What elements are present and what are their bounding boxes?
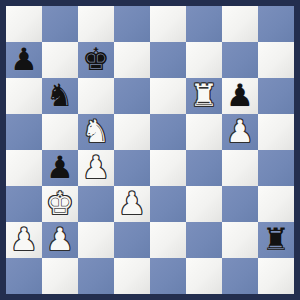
square-a3[interactable] bbox=[6, 186, 42, 222]
square-b2[interactable]: ♟ bbox=[42, 222, 78, 258]
square-f8[interactable] bbox=[186, 6, 222, 42]
black-knight[interactable]: ♞ bbox=[46, 77, 74, 113]
square-b4[interactable]: ♟ bbox=[42, 150, 78, 186]
square-h2[interactable]: ♜ bbox=[258, 222, 294, 258]
square-a1[interactable] bbox=[6, 258, 42, 294]
square-a8[interactable] bbox=[6, 6, 42, 42]
black-pawn[interactable]: ♟ bbox=[10, 41, 38, 77]
square-e1[interactable] bbox=[150, 258, 186, 294]
square-e8[interactable] bbox=[150, 6, 186, 42]
square-h6[interactable] bbox=[258, 78, 294, 114]
white-pawn[interactable]: ♟ bbox=[10, 221, 38, 257]
chess-board-frame: ♟♚♞♜♟♞♟♟♟♚♟♟♟♜ bbox=[0, 0, 300, 300]
square-h4[interactable] bbox=[258, 150, 294, 186]
white-pawn[interactable]: ♟ bbox=[46, 221, 74, 257]
square-h5[interactable] bbox=[258, 114, 294, 150]
square-d3[interactable]: ♟ bbox=[114, 186, 150, 222]
square-g5[interactable]: ♟ bbox=[222, 114, 258, 150]
square-g6[interactable]: ♟ bbox=[222, 78, 258, 114]
square-g4[interactable] bbox=[222, 150, 258, 186]
square-d8[interactable] bbox=[114, 6, 150, 42]
square-h7[interactable] bbox=[258, 42, 294, 78]
square-e3[interactable] bbox=[150, 186, 186, 222]
square-a7[interactable]: ♟ bbox=[6, 42, 42, 78]
black-pawn[interactable]: ♟ bbox=[226, 77, 254, 113]
square-f1[interactable] bbox=[186, 258, 222, 294]
square-c4[interactable]: ♟ bbox=[78, 150, 114, 186]
black-pawn[interactable]: ♟ bbox=[46, 149, 74, 185]
square-g8[interactable] bbox=[222, 6, 258, 42]
square-g3[interactable] bbox=[222, 186, 258, 222]
black-king[interactable]: ♚ bbox=[82, 41, 110, 77]
square-c8[interactable] bbox=[78, 6, 114, 42]
square-e7[interactable] bbox=[150, 42, 186, 78]
square-c2[interactable] bbox=[78, 222, 114, 258]
square-e5[interactable] bbox=[150, 114, 186, 150]
square-g2[interactable] bbox=[222, 222, 258, 258]
square-f2[interactable] bbox=[186, 222, 222, 258]
white-rook[interactable]: ♜ bbox=[190, 77, 218, 113]
square-h1[interactable] bbox=[258, 258, 294, 294]
white-pawn[interactable]: ♟ bbox=[82, 149, 110, 185]
square-d7[interactable] bbox=[114, 42, 150, 78]
square-a2[interactable]: ♟ bbox=[6, 222, 42, 258]
square-g1[interactable] bbox=[222, 258, 258, 294]
white-pawn[interactable]: ♟ bbox=[226, 113, 254, 149]
square-c1[interactable] bbox=[78, 258, 114, 294]
square-d6[interactable] bbox=[114, 78, 150, 114]
square-d4[interactable] bbox=[114, 150, 150, 186]
square-c5[interactable]: ♞ bbox=[78, 114, 114, 150]
square-b3[interactable]: ♚ bbox=[42, 186, 78, 222]
square-f3[interactable] bbox=[186, 186, 222, 222]
square-d2[interactable] bbox=[114, 222, 150, 258]
white-king[interactable]: ♚ bbox=[46, 185, 74, 221]
square-a5[interactable] bbox=[6, 114, 42, 150]
black-rook[interactable]: ♜ bbox=[262, 221, 290, 257]
square-c3[interactable] bbox=[78, 186, 114, 222]
white-pawn[interactable]: ♟ bbox=[118, 185, 146, 221]
square-b7[interactable] bbox=[42, 42, 78, 78]
square-g7[interactable] bbox=[222, 42, 258, 78]
square-b6[interactable]: ♞ bbox=[42, 78, 78, 114]
square-b1[interactable] bbox=[42, 258, 78, 294]
square-f5[interactable] bbox=[186, 114, 222, 150]
square-b5[interactable] bbox=[42, 114, 78, 150]
chess-board: ♟♚♞♜♟♞♟♟♟♚♟♟♟♜ bbox=[6, 6, 294, 294]
square-c6[interactable] bbox=[78, 78, 114, 114]
square-a6[interactable] bbox=[6, 78, 42, 114]
square-h3[interactable] bbox=[258, 186, 294, 222]
white-knight[interactable]: ♞ bbox=[82, 113, 110, 149]
square-d5[interactable] bbox=[114, 114, 150, 150]
square-b8[interactable] bbox=[42, 6, 78, 42]
square-e4[interactable] bbox=[150, 150, 186, 186]
square-f4[interactable] bbox=[186, 150, 222, 186]
square-h8[interactable] bbox=[258, 6, 294, 42]
square-f7[interactable] bbox=[186, 42, 222, 78]
square-f6[interactable]: ♜ bbox=[186, 78, 222, 114]
square-a4[interactable] bbox=[6, 150, 42, 186]
square-e6[interactable] bbox=[150, 78, 186, 114]
square-e2[interactable] bbox=[150, 222, 186, 258]
square-c7[interactable]: ♚ bbox=[78, 42, 114, 78]
square-d1[interactable] bbox=[114, 258, 150, 294]
